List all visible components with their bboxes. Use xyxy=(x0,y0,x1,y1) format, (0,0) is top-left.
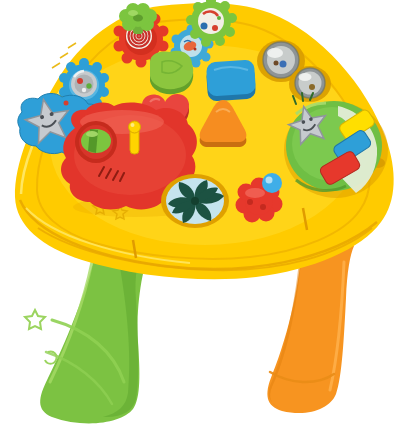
bead-roller-small xyxy=(289,66,331,102)
bead-brown xyxy=(274,61,279,66)
picture-dot-red xyxy=(212,25,218,31)
mirror-bead-red xyxy=(77,78,83,84)
pad-red-dot xyxy=(64,101,69,106)
leg-left-emboss-star xyxy=(25,310,45,329)
spinner-sheen xyxy=(245,188,265,198)
picture-dot-blue xyxy=(201,23,208,30)
knob-sheen xyxy=(128,10,138,16)
guitar-roller-green xyxy=(81,129,111,153)
pinwheel-fan xyxy=(161,174,229,228)
guitar-lever-yellow xyxy=(129,121,141,154)
product-photo-activity-table xyxy=(0,0,403,430)
shape-button-blue-square xyxy=(206,59,256,101)
pinwheel-hub xyxy=(191,197,199,205)
mirror-bead-green xyxy=(86,83,91,88)
leg-left-green xyxy=(25,246,149,423)
bead-blue xyxy=(280,61,287,68)
spinner-ball-blue xyxy=(262,173,282,193)
picture-dot-green xyxy=(217,16,221,20)
mirror-bead-white xyxy=(82,88,86,92)
shape-button-green-blob xyxy=(150,51,193,95)
roller-highlight-2 xyxy=(299,73,312,81)
bead-amber xyxy=(309,84,315,90)
roller-highlight xyxy=(267,48,283,58)
